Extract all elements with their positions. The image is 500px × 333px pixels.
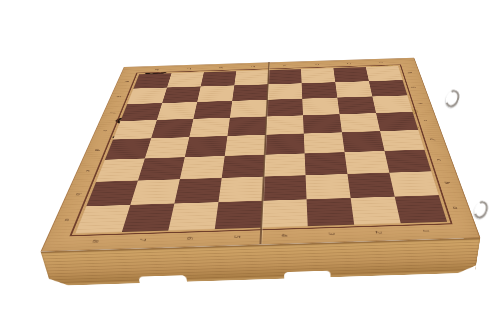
coord-label-bottom-4: 4 <box>280 234 290 237</box>
foot-corner <box>458 265 476 273</box>
product-photo: 8765432187654321abcdefghabcdefgh ♜♞♝♛♚♝♞… <box>0 0 500 333</box>
coord-label-top-3: 3 <box>313 64 320 65</box>
piece-white-pawn-b2: ♟ <box>352 173 387 186</box>
coord-label-bottom-5: 5 <box>232 235 242 238</box>
piece-black-pawn-a7: ♟ <box>131 204 170 218</box>
chess-board: 8765432187654321abcdefghabcdefgh ♜♞♝♛♚♝♞… <box>41 58 481 252</box>
coord-label-left-h: h <box>123 81 130 83</box>
piece-white-bishop-c1: ♝ <box>379 144 433 162</box>
piece-black-knight-b8: ♞ <box>89 176 142 194</box>
piece-white-rook-a1: ♜ <box>394 192 443 210</box>
coord-label-top-2: 2 <box>345 63 352 64</box>
coord-label-bottom-8: 8 <box>90 240 101 243</box>
piece-black-pawn-d7: ♟ <box>152 137 185 148</box>
piece-white-rook-h1: ♜ <box>365 64 400 74</box>
piece-white-queen-d1: ♛ <box>371 122 430 141</box>
coord-label-top-6: 6 <box>217 67 224 68</box>
coord-label-left-a: a <box>63 219 74 222</box>
piece-black-rook-h8: ♜ <box>136 71 172 81</box>
piece-white-knight-g1: ♞ <box>366 77 407 89</box>
coord-label-bottom-6: 6 <box>185 237 195 240</box>
foot-corner <box>49 278 69 286</box>
piece-black-bishop-c8: ♝ <box>96 152 151 170</box>
latch-hook-icon <box>471 199 490 221</box>
piece-white-pawn-c2: ♟ <box>349 151 383 163</box>
piece-black-pawn-b7: ♟ <box>139 179 175 192</box>
piece-black-pawn-c7: ♟ <box>146 157 181 169</box>
latch-hook-icon <box>443 88 462 110</box>
coord-label-top-7: 7 <box>185 68 192 69</box>
coord-label-right-c: c <box>435 159 444 161</box>
piece-black-knight-g8: ♞ <box>128 84 170 96</box>
piece-black-rook-a8: ♜ <box>81 201 132 219</box>
coord-label-top-5: 5 <box>249 66 256 67</box>
coord-label-left-c: c <box>84 170 93 172</box>
piece-black-pawn-g7: ♟ <box>168 87 197 95</box>
piece-white-pawn-h2: ♟ <box>337 67 364 75</box>
coord-label-right-h: h <box>406 72 413 74</box>
piece-white-pawn-a2: ♟ <box>355 197 392 211</box>
piece-white-knight-b1: ♞ <box>386 167 438 185</box>
coord-label-bottom-1: 1 <box>421 229 432 232</box>
coord-label-left-g: g <box>116 96 124 98</box>
coord-label-bottom-2: 2 <box>374 231 384 234</box>
coord-label-right-b: b <box>443 181 453 184</box>
coord-label-left-b: b <box>74 193 84 196</box>
coord-label-top-4: 4 <box>281 65 288 66</box>
foot-notch <box>284 271 331 279</box>
piece-white-pawn-g2: ♟ <box>339 81 367 89</box>
piece-white-king-e1: ♚ <box>363 103 426 123</box>
coord-label-right-g: g <box>411 87 419 89</box>
piece-black-pawn-h7: ♟ <box>173 72 201 80</box>
camera-tilt-wrapper: 8765432187654321abcdefghabcdefgh ♜♞♝♛♚♝♞… <box>0 0 500 333</box>
foot-notch <box>139 275 187 283</box>
coord-label-bottom-7: 7 <box>138 238 149 241</box>
piece-black-pawn-e7: ♟ <box>158 119 189 129</box>
coord-label-bottom-3: 3 <box>327 232 337 235</box>
coord-label-right-a: a <box>451 206 461 209</box>
